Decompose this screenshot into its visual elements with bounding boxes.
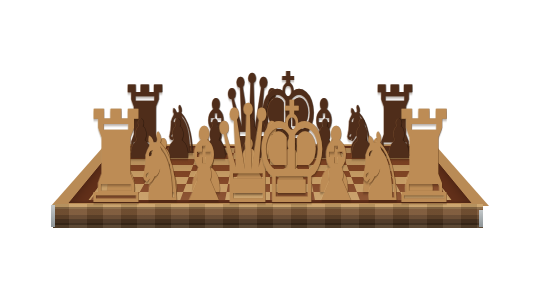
piece-white-rook-h1[interactable]: ♜ xyxy=(389,93,460,221)
pieces-layer: ♜♞♝♛♚♝♞♜♟♟♟♟♟♟♟♟♟♟♟♟♟♟♟♟♜♞♝♛♚♝♞♜ xyxy=(0,0,533,300)
chess-scene: ♜♞♝♛♚♝♞♜♟♟♟♟♟♟♟♟♟♟♟♟♟♟♟♟♜♞♝♛♚♝♞♜ xyxy=(0,0,533,300)
